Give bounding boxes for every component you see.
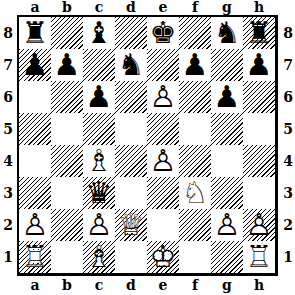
square-h2[interactable]: ♟♙ xyxy=(243,209,275,241)
square-a5[interactable] xyxy=(19,113,51,145)
file-label-g-bottom: g xyxy=(211,278,243,295)
square-b2[interactable] xyxy=(51,209,83,241)
piece-black-king[interactable]: ♚ xyxy=(147,17,179,49)
square-h7[interactable]: ♟ xyxy=(243,49,275,81)
piece-black-pawn[interactable]: ♟ xyxy=(211,81,243,113)
file-label-f-bottom: f xyxy=(179,278,211,295)
rank-label-2-right: 2 xyxy=(280,209,295,241)
file-label-h-bottom: h xyxy=(243,278,275,295)
square-d1[interactable] xyxy=(115,241,147,273)
piece-white-rook[interactable]: ♖ xyxy=(19,241,51,273)
file-label-c-bottom: c xyxy=(83,278,115,295)
rank-label-4-right: 4 xyxy=(280,145,295,177)
rank-label-7-left: 7 xyxy=(0,49,16,81)
square-d2[interactable]: ♛♕ xyxy=(115,209,147,241)
square-h6[interactable] xyxy=(243,81,275,113)
square-f8[interactable] xyxy=(179,17,211,49)
rank-labels-left: 87654321 xyxy=(0,17,16,273)
piece-black-queen[interactable]: ♛ xyxy=(83,177,115,209)
square-c4[interactable]: ♝♗ xyxy=(83,145,115,177)
square-g6[interactable]: ♟ xyxy=(211,81,243,113)
square-g5[interactable] xyxy=(211,113,243,145)
piece-black-rook[interactable]: ♜ xyxy=(19,17,51,49)
rank-labels-right: 87654321 xyxy=(280,17,295,273)
piece-white-rook[interactable]: ♖ xyxy=(243,241,275,273)
square-g7[interactable] xyxy=(211,49,243,81)
rank-label-5-right: 5 xyxy=(280,113,295,145)
piece-white-queen[interactable]: ♕ xyxy=(115,209,147,241)
square-d3[interactable] xyxy=(115,177,147,209)
square-h8[interactable]: ♜ xyxy=(243,17,275,49)
rank-label-1-right: 1 xyxy=(280,241,295,273)
piece-black-knight[interactable]: ♞ xyxy=(115,49,147,81)
file-labels-top: abcdefgh xyxy=(19,0,275,15)
square-e7[interactable] xyxy=(147,49,179,81)
square-g3[interactable] xyxy=(211,177,243,209)
square-e6[interactable]: ♟♙ xyxy=(147,81,179,113)
square-f1[interactable] xyxy=(179,241,211,273)
square-c5[interactable] xyxy=(83,113,115,145)
square-a8[interactable]: ♜ xyxy=(19,17,51,49)
square-b1[interactable] xyxy=(51,241,83,273)
piece-white-bishop[interactable]: ♗ xyxy=(83,145,115,177)
piece-black-pawn[interactable]: ♟ xyxy=(51,49,83,81)
rank-label-3-left: 3 xyxy=(0,177,16,209)
piece-white-pawn[interactable]: ♙ xyxy=(243,209,275,241)
rank-label-5-left: 5 xyxy=(0,113,16,145)
piece-white-knight[interactable]: ♘ xyxy=(179,177,211,209)
file-label-h-top: h xyxy=(243,0,275,15)
square-c1[interactable]: ♝♗ xyxy=(83,241,115,273)
piece-black-pawn[interactable]: ♟ xyxy=(83,81,115,113)
file-label-c-top: c xyxy=(83,0,115,15)
square-f5[interactable] xyxy=(179,113,211,145)
square-d6[interactable] xyxy=(115,81,147,113)
square-e4[interactable]: ♟♙ xyxy=(147,145,179,177)
piece-black-rook[interactable]: ♜ xyxy=(243,17,275,49)
rank-label-6-left: 6 xyxy=(0,81,16,113)
piece-white-pawn[interactable]: ♙ xyxy=(19,209,51,241)
square-e3[interactable] xyxy=(147,177,179,209)
chess-board: ♜♝♚♞♜♟♟♞♟♟♟♟♙♟♝♗♟♙♛♞♘♟♙♟♙♛♕♟♙♟♙♜♖♝♗♚♔♜♖ xyxy=(19,17,275,273)
piece-black-pawn[interactable]: ♟ xyxy=(179,49,211,81)
chess-diagram: abcdefgh 87654321 87654321 ♜♝♚♞♜♟♟♞♟♟♟♟♙… xyxy=(0,0,295,295)
file-labels-bottom: abcdefgh xyxy=(19,278,275,295)
piece-white-pawn[interactable]: ♙ xyxy=(83,209,115,241)
square-f4[interactable] xyxy=(179,145,211,177)
square-f6[interactable] xyxy=(179,81,211,113)
square-d7[interactable]: ♞ xyxy=(115,49,147,81)
square-c7[interactable] xyxy=(83,49,115,81)
square-h3[interactable] xyxy=(243,177,275,209)
square-g8[interactable]: ♞ xyxy=(211,17,243,49)
piece-white-pawn[interactable]: ♙ xyxy=(147,145,179,177)
file-label-b-bottom: b xyxy=(51,278,83,295)
square-d5[interactable] xyxy=(115,113,147,145)
rank-label-1-left: 1 xyxy=(0,241,16,273)
square-d4[interactable] xyxy=(115,145,147,177)
rank-label-2-left: 2 xyxy=(0,209,16,241)
file-label-e-bottom: e xyxy=(147,278,179,295)
square-c3[interactable]: ♛ xyxy=(83,177,115,209)
square-h4[interactable] xyxy=(243,145,275,177)
file-label-d-bottom: d xyxy=(115,278,147,295)
rank-label-6-right: 6 xyxy=(280,81,295,113)
piece-white-king[interactable]: ♔ xyxy=(147,241,179,273)
square-b7[interactable]: ♟ xyxy=(51,49,83,81)
file-label-d-top: d xyxy=(115,0,147,15)
square-h5[interactable] xyxy=(243,113,275,145)
square-b5[interactable] xyxy=(51,113,83,145)
square-c8[interactable]: ♝ xyxy=(83,17,115,49)
square-f2[interactable] xyxy=(179,209,211,241)
square-a3[interactable] xyxy=(19,177,51,209)
square-b6[interactable] xyxy=(51,81,83,113)
rank-label-7-right: 7 xyxy=(280,49,295,81)
square-g1[interactable] xyxy=(211,241,243,273)
rank-label-3-right: 3 xyxy=(280,177,295,209)
square-a7[interactable]: ♟ xyxy=(19,49,51,81)
square-e5[interactable] xyxy=(147,113,179,145)
board-frame: ♜♝♚♞♜♟♟♞♟♟♟♟♙♟♝♗♟♙♛♞♘♟♙♟♙♛♕♟♙♟♙♜♖♝♗♚♔♜♖ xyxy=(17,15,278,276)
square-d8[interactable] xyxy=(115,17,147,49)
square-e1[interactable]: ♚♔ xyxy=(147,241,179,273)
piece-black-knight[interactable]: ♞ xyxy=(211,17,243,49)
file-label-a-top: a xyxy=(19,0,51,15)
piece-white-pawn[interactable]: ♙ xyxy=(147,81,179,113)
piece-white-pawn[interactable]: ♙ xyxy=(211,209,243,241)
file-label-a-bottom: a xyxy=(19,278,51,295)
square-e2[interactable] xyxy=(147,209,179,241)
square-g2[interactable]: ♟♙ xyxy=(211,209,243,241)
square-f7[interactable]: ♟ xyxy=(179,49,211,81)
square-f3[interactable]: ♞♘ xyxy=(179,177,211,209)
file-label-f-top: f xyxy=(179,0,211,15)
square-a6[interactable] xyxy=(19,81,51,113)
file-label-e-top: e xyxy=(147,0,179,15)
rank-label-8-left: 8 xyxy=(0,17,16,49)
square-b3[interactable] xyxy=(51,177,83,209)
file-label-g-top: g xyxy=(211,0,243,15)
rank-label-8-right: 8 xyxy=(280,17,295,49)
square-h1[interactable]: ♜♖ xyxy=(243,241,275,273)
square-g4[interactable] xyxy=(211,145,243,177)
piece-black-pawn[interactable]: ♟ xyxy=(19,49,51,81)
rank-label-4-left: 4 xyxy=(0,145,16,177)
square-c6[interactable]: ♟ xyxy=(83,81,115,113)
square-a2[interactable]: ♟♙ xyxy=(19,209,51,241)
file-label-b-top: b xyxy=(51,0,83,15)
square-a1[interactable]: ♜♖ xyxy=(19,241,51,273)
square-a4[interactable] xyxy=(19,145,51,177)
square-b4[interactable] xyxy=(51,145,83,177)
piece-black-bishop[interactable]: ♝ xyxy=(83,17,115,49)
square-c2[interactable]: ♟♙ xyxy=(83,209,115,241)
piece-black-pawn[interactable]: ♟ xyxy=(243,49,275,81)
square-b8[interactable] xyxy=(51,17,83,49)
piece-white-bishop[interactable]: ♗ xyxy=(83,241,115,273)
square-e8[interactable]: ♚ xyxy=(147,17,179,49)
